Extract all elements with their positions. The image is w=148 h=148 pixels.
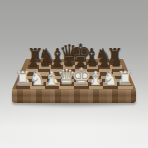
chess-set-photo: ♜♞♝♛♚♝♞♜♟♟♟♟♟♟♟♟♟♟♟♟♟♟♟♟♜♞♝♛♚♝♞♜ <box>0 0 148 148</box>
piece-black-pawn[interactable]: ♟ <box>28 56 39 68</box>
piece-black-pawn[interactable]: ♟ <box>40 56 51 68</box>
piece-white-rook[interactable]: ♜ <box>117 69 134 88</box>
pieces-layer: ♜♞♝♛♚♝♞♜♟♟♟♟♟♟♟♟♟♟♟♟♟♟♟♟♜♞♝♛♚♝♞♜ <box>0 0 148 148</box>
piece-black-pawn[interactable]: ♟ <box>111 56 122 68</box>
piece-black-pawn[interactable]: ♟ <box>99 56 110 68</box>
